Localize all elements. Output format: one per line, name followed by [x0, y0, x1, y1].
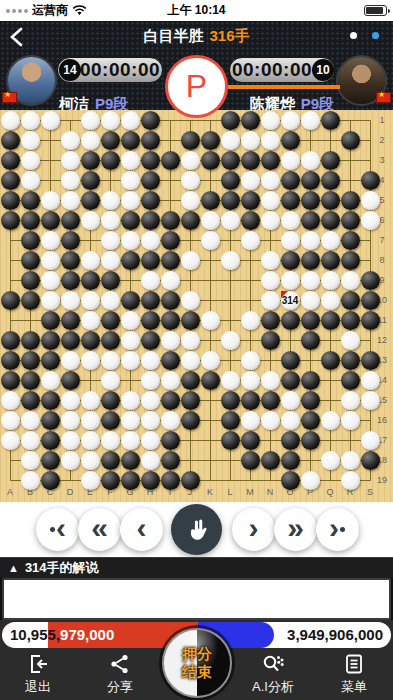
commentary-text-box[interactable] [2, 578, 391, 620]
stone-D17 [61, 431, 80, 450]
stone-C18 [41, 451, 60, 470]
stone-L15 [221, 391, 240, 410]
stone-B1 [21, 111, 40, 130]
stone-M13 [241, 351, 260, 370]
stone-E17 [81, 431, 100, 450]
left-bet-amount: 10,955,979,000 [10, 626, 114, 643]
stone-H18 [141, 451, 160, 470]
stone-D12 [61, 331, 80, 350]
stone-S14 [361, 371, 380, 390]
stone-P9 [301, 271, 320, 290]
stone-M4 [241, 171, 260, 190]
stone-D5 [61, 191, 80, 210]
stone-O17 [281, 431, 300, 450]
stone-G16 [121, 411, 140, 430]
stone-A10 [1, 291, 20, 310]
stone-I19 [161, 471, 180, 490]
stone-K3 [201, 151, 220, 170]
stone-R15 [341, 391, 360, 410]
stone-O18 [281, 451, 300, 470]
coord-letter: N [262, 487, 278, 497]
stone-G10 [121, 291, 140, 310]
stone-D10 [61, 291, 80, 310]
stone-F17 [101, 431, 120, 450]
game-result-title: 白目半胜316手 [0, 27, 393, 46]
stone-I16 [161, 411, 180, 430]
stone-E19 [81, 471, 100, 490]
coord-letter: K [202, 487, 218, 497]
china-flag-icon: ★ [2, 92, 17, 103]
coord-letter: S [362, 487, 378, 497]
stone-G12 [121, 331, 140, 350]
status-bar: 运营商 上午 10:14 [0, 0, 393, 21]
coord-letter: Q [322, 487, 338, 497]
stone-P3 [301, 151, 320, 170]
stone-H7 [141, 231, 160, 250]
stone-P6 [301, 211, 320, 230]
stone-P1 [301, 111, 320, 130]
stone-M3 [241, 151, 260, 170]
stone-C19 [41, 471, 60, 490]
stone-E15 [81, 391, 100, 410]
stone-J19 [181, 471, 200, 490]
commentary-title: 314手的解说 [25, 559, 99, 577]
stone-D8 [61, 251, 80, 270]
stone-D11 [61, 311, 80, 330]
coord-number: 19 [374, 475, 390, 485]
stone-R19 [341, 471, 360, 490]
stone-H13 [141, 351, 160, 370]
stone-I9 [161, 271, 180, 290]
coord-letter: M [242, 487, 258, 497]
menu-document-icon [342, 652, 366, 676]
stone-A12 [1, 331, 20, 350]
stone-F11 [101, 311, 120, 330]
stone-F13 [101, 351, 120, 370]
stone-C12 [41, 331, 60, 350]
stone-D6 [61, 211, 80, 230]
stone-D9 [61, 271, 80, 290]
stone-O13 [281, 351, 300, 370]
right-bet-amount: 3,949,906,000 [287, 626, 383, 643]
stone-S13 [361, 351, 380, 370]
stone-C16 [41, 411, 60, 430]
bet-end-button[interactable]: 押分 结束 [162, 628, 232, 698]
stone-I8 [161, 251, 180, 270]
stone-E9 [81, 271, 100, 290]
stone-N12 [261, 331, 280, 350]
stone-B7 [21, 231, 40, 250]
stone-F8 [101, 251, 120, 270]
stone-R9 [341, 271, 360, 290]
stone-K7 [201, 231, 220, 250]
stone-B3 [21, 151, 40, 170]
stone-R5 [341, 191, 360, 210]
stone-Q3 [321, 151, 340, 170]
stone-D7 [61, 231, 80, 250]
stone-Q11 [321, 311, 340, 330]
stone-N2 [261, 131, 280, 150]
dot-icon [50, 527, 55, 532]
page-dot-icon[interactable] [350, 32, 357, 39]
coord-number: 2 [374, 135, 390, 145]
stone-I7 [161, 231, 180, 250]
stone-H9 [141, 271, 160, 290]
stone-O4 [281, 171, 300, 190]
stone-F15 [101, 391, 120, 410]
stone-K14 [201, 371, 220, 390]
stone-Q1 [321, 111, 340, 130]
stone-E11 [81, 311, 100, 330]
stone-C5 [41, 191, 60, 210]
stone-M17 [241, 431, 260, 450]
stone-H12 [141, 331, 160, 350]
stone-I12 [161, 331, 180, 350]
stone-J5 [181, 191, 200, 210]
stone-I3 [161, 151, 180, 170]
stone-C13 [41, 351, 60, 370]
stone-D2 [61, 131, 80, 150]
active-turn-indicator [228, 85, 340, 89]
stone-L16 [221, 411, 240, 430]
stone-P12 [301, 331, 320, 350]
coord-letter: L [222, 487, 238, 497]
last-move-number: 314 [279, 295, 301, 306]
stone-F12 [101, 331, 120, 350]
stone-J16 [181, 411, 200, 430]
stone-Q8 [321, 251, 340, 270]
coord-letter: A [2, 487, 18, 497]
stone-F6 [101, 211, 120, 230]
stone-J8 [181, 251, 200, 270]
stone-J14 [181, 371, 200, 390]
stone-B6 [21, 211, 40, 230]
stone-H14 [141, 371, 160, 390]
stone-S4 [361, 171, 380, 190]
stone-B9 [21, 271, 40, 290]
coord-number: 12 [374, 335, 390, 345]
stone-E1 [81, 111, 100, 130]
stone-B18 [21, 451, 40, 470]
dot-icon [340, 527, 345, 532]
stone-E18 [81, 451, 100, 470]
stone-F1 [101, 111, 120, 130]
stone-I15 [161, 391, 180, 410]
stone-L8 [221, 251, 240, 270]
stone-Q18 [321, 451, 340, 470]
stone-G5 [121, 191, 140, 210]
stone-I6 [161, 211, 180, 230]
go-board[interactable]: A1B2C3D4E5F6G7H8I9J10K11L12M13N14O15P16Q… [0, 110, 393, 502]
stone-S11 [361, 311, 380, 330]
stone-A16 [1, 411, 20, 430]
stone-O15 [281, 391, 300, 410]
stone-F14 [101, 371, 120, 390]
stone-C15 [41, 391, 60, 410]
hand-icon [183, 516, 211, 544]
nav-hand-play-button[interactable] [171, 504, 222, 555]
stone-O6 [281, 211, 300, 230]
stone-G4 [121, 171, 140, 190]
stone-C9 [41, 271, 60, 290]
stone-H3 [141, 151, 160, 170]
stone-H2 [141, 131, 160, 150]
stone-G7 [121, 231, 140, 250]
stone-O5 [281, 191, 300, 210]
stone-O8 [281, 251, 300, 270]
stone-H10 [141, 291, 160, 310]
pass-button[interactable]: P [165, 55, 228, 118]
share-nodes-icon [108, 652, 132, 676]
clock: 上午 10:14 [0, 2, 393, 19]
stone-R6 [341, 211, 360, 230]
stone-R13 [341, 351, 360, 370]
stone-B2 [21, 131, 40, 150]
stone-K2 [201, 131, 220, 150]
stone-A15 [1, 391, 20, 410]
stone-J6 [181, 211, 200, 230]
stone-N3 [261, 151, 280, 170]
coord-letter: D [62, 487, 78, 497]
nav-last-move-button[interactable]: › [316, 508, 359, 551]
stone-A17 [1, 431, 20, 450]
stone-M14 [241, 371, 260, 390]
coord-number: 3 [374, 155, 390, 165]
stone-Q9 [321, 271, 340, 290]
stone-D14 [61, 371, 80, 390]
stone-R14 [341, 371, 360, 390]
move-count: 316手 [209, 27, 249, 44]
stone-Q6 [321, 211, 340, 230]
stone-G18 [121, 451, 140, 470]
stone-M16 [241, 411, 260, 430]
stone-R18 [341, 451, 360, 470]
stone-E16 [81, 411, 100, 430]
stone-H11 [141, 311, 160, 330]
stone-B4 [21, 171, 40, 190]
stone-P19 [301, 471, 320, 490]
stone-S17 [361, 431, 380, 450]
stone-Q4 [321, 171, 340, 190]
header: 白目半胜316手 ★ ★ 00:00:00 00:00:00 14 10 P 柯… [0, 21, 393, 110]
stone-Q16 [321, 411, 340, 430]
stone-J11 [181, 311, 200, 330]
nav-forward-button[interactable]: › [232, 508, 275, 551]
stone-C10 [41, 291, 60, 310]
stone-C1 [41, 111, 60, 130]
stone-H19 [141, 471, 160, 490]
stone-J4 [181, 171, 200, 190]
stone-C14 [41, 371, 60, 390]
stone-B13 [21, 351, 40, 370]
stone-B17 [21, 431, 40, 450]
stone-O1 [281, 111, 300, 130]
stone-S5 [361, 191, 380, 210]
nav-back-button[interactable]: ‹ [120, 508, 163, 551]
stone-M18 [241, 451, 260, 470]
coord-number: 1 [374, 115, 390, 125]
stone-P10 [301, 291, 320, 310]
stone-I17 [161, 431, 180, 450]
stone-G17 [121, 431, 140, 450]
stone-M6 [241, 211, 260, 230]
stone-E4 [81, 171, 100, 190]
app-screen: 运营商 上午 10:14 白目半胜316手 ★ ★ 00:00:00 00:00… [0, 0, 393, 700]
stone-I18 [161, 451, 180, 470]
stone-H5 [141, 191, 160, 210]
stone-S18 [361, 451, 380, 470]
stone-O14 [281, 371, 300, 390]
exit-button[interactable]: 退出 [3, 652, 73, 696]
stone-A2 [1, 131, 20, 150]
stone-B19 [21, 471, 40, 490]
stone-P4 [301, 171, 320, 190]
stone-N9 [261, 271, 280, 290]
stone-D4 [61, 171, 80, 190]
stone-R16 [341, 411, 360, 430]
stone-E3 [81, 151, 100, 170]
stone-E5 [81, 191, 100, 210]
stone-R10 [341, 291, 360, 310]
stone-N6 [261, 211, 280, 230]
stone-G3 [121, 151, 140, 170]
stone-R12 [341, 331, 360, 350]
stone-L4 [221, 171, 240, 190]
stone-Q13 [321, 351, 340, 370]
stone-O11 [281, 311, 300, 330]
stone-L14 [221, 371, 240, 390]
stone-H1 [141, 111, 160, 130]
stone-A4 [1, 171, 20, 190]
stone-Q5 [321, 191, 340, 210]
stone-B12 [21, 331, 40, 350]
stone-F2 [101, 131, 120, 150]
page-dot-active-icon[interactable] [372, 32, 379, 39]
stone-S6 [361, 211, 380, 230]
stone-H15 [141, 391, 160, 410]
stone-N4 [261, 171, 280, 190]
stone-R11 [341, 311, 360, 330]
stone-N16 [261, 411, 280, 430]
stone-I14 [161, 371, 180, 390]
stone-A1 [1, 111, 20, 130]
stone-G2 [121, 131, 140, 150]
stone-E6 [81, 211, 100, 230]
stone-C11 [41, 311, 60, 330]
stone-J10 [181, 291, 200, 310]
ai-analysis-button[interactable]: A.I分析 [238, 652, 308, 696]
share-button[interactable]: 分享 [85, 652, 155, 696]
stone-F7 [101, 231, 120, 250]
nav-first-move-button[interactable]: ‹ [36, 508, 79, 551]
stone-N1 [261, 111, 280, 130]
stone-D13 [61, 351, 80, 370]
stone-O16 [281, 411, 300, 430]
stone-A13 [1, 351, 20, 370]
stone-L3 [221, 151, 240, 170]
stone-P17 [301, 431, 320, 450]
stone-B15 [21, 391, 40, 410]
stone-A6 [1, 211, 20, 230]
stone-B10 [21, 291, 40, 310]
stone-O3 [281, 151, 300, 170]
stone-D15 [61, 391, 80, 410]
stone-E2 [81, 131, 100, 150]
stone-C6 [41, 211, 60, 230]
menu-button[interactable]: 菜单 [319, 652, 389, 696]
nav-fast-forward-button[interactable]: » [274, 508, 317, 551]
commentary-header[interactable]: ▲ 314手的解说 [0, 557, 393, 578]
stone-N15 [261, 391, 280, 410]
stone-D16 [61, 411, 80, 430]
stone-J2 [181, 131, 200, 150]
stone-J12 [181, 331, 200, 350]
stone-I11 [161, 311, 180, 330]
stone-G6 [121, 211, 140, 230]
stone-P8 [301, 251, 320, 270]
stone-J3 [181, 151, 200, 170]
stone-A3 [1, 151, 20, 170]
stone-M15 [241, 391, 260, 410]
stone-Q10 [321, 291, 340, 310]
stone-Q7 [321, 231, 340, 250]
nav-fast-backward-button[interactable]: « [78, 508, 121, 551]
battery-icon [364, 5, 387, 16]
stone-M11 [241, 311, 260, 330]
stone-B5 [21, 191, 40, 210]
stone-O9 [281, 271, 300, 290]
stone-N5 [261, 191, 280, 210]
stone-G15 [121, 391, 140, 410]
stone-B8 [21, 251, 40, 270]
stone-F18 [101, 451, 120, 470]
coord-number: 7 [374, 235, 390, 245]
stone-D3 [61, 151, 80, 170]
stone-H8 [141, 251, 160, 270]
stone-P5 [301, 191, 320, 210]
stone-R8 [341, 251, 360, 270]
stone-M1 [241, 111, 260, 130]
stone-N18 [261, 451, 280, 470]
stone-H4 [141, 171, 160, 190]
stone-F10 [101, 291, 120, 310]
stone-G1 [121, 111, 140, 130]
stone-O2 [281, 131, 300, 150]
stone-C8 [41, 251, 60, 270]
stone-K13 [201, 351, 220, 370]
stone-G19 [121, 471, 140, 490]
stone-L1 [221, 111, 240, 130]
stone-S15 [361, 391, 380, 410]
stone-L12 [221, 331, 240, 350]
stone-B16 [21, 411, 40, 430]
move-navigation-bar: ‹ « ‹ › » › [0, 502, 393, 557]
stone-H6 [141, 211, 160, 230]
stone-E13 [81, 351, 100, 370]
stone-E10 [81, 291, 100, 310]
stone-N10 [261, 291, 280, 310]
stone-G13 [121, 351, 140, 370]
stone-J13 [181, 351, 200, 370]
left-capture-badge: 14 [59, 59, 81, 81]
stone-I10 [161, 291, 180, 310]
stone-H17 [141, 431, 160, 450]
magnifier-dots-icon [261, 652, 285, 676]
stone-P14 [301, 371, 320, 390]
stone-L2 [221, 131, 240, 150]
stone-K5 [201, 191, 220, 210]
stone-R7 [341, 231, 360, 250]
